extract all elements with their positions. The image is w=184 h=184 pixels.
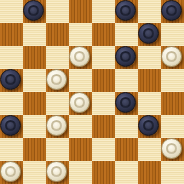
black-man-h8[interactable] xyxy=(161,0,182,21)
black-man-g7[interactable] xyxy=(138,23,159,44)
square-h6[interactable] xyxy=(161,46,184,69)
white-man-d6[interactable] xyxy=(69,46,90,67)
square-g7[interactable] xyxy=(138,23,161,46)
square-d4[interactable] xyxy=(69,92,92,115)
square-g6 xyxy=(138,46,161,69)
black-man-b8[interactable] xyxy=(23,0,44,21)
white-man-h6[interactable] xyxy=(161,46,182,67)
square-c5[interactable] xyxy=(46,69,69,92)
square-g1[interactable] xyxy=(138,161,161,184)
square-a7[interactable] xyxy=(0,23,23,46)
square-e6 xyxy=(92,46,115,69)
square-h3 xyxy=(161,115,184,138)
square-c7[interactable] xyxy=(46,23,69,46)
square-e4 xyxy=(92,92,115,115)
black-man-a5[interactable] xyxy=(0,69,21,90)
square-c6 xyxy=(46,46,69,69)
square-h7 xyxy=(161,23,184,46)
square-c4 xyxy=(46,92,69,115)
white-man-c1[interactable] xyxy=(46,161,67,182)
square-h5 xyxy=(161,69,184,92)
square-h8[interactable] xyxy=(161,0,184,23)
square-g4 xyxy=(138,92,161,115)
square-b4[interactable] xyxy=(23,92,46,115)
square-b2[interactable] xyxy=(23,138,46,161)
square-e5[interactable] xyxy=(92,69,115,92)
white-man-d4[interactable] xyxy=(69,92,90,113)
square-d5 xyxy=(69,69,92,92)
square-f6[interactable] xyxy=(115,46,138,69)
square-a4 xyxy=(0,92,23,115)
square-d2[interactable] xyxy=(69,138,92,161)
black-man-f6[interactable] xyxy=(115,46,136,67)
square-d3 xyxy=(69,115,92,138)
square-b6[interactable] xyxy=(23,46,46,69)
white-man-h2[interactable] xyxy=(161,138,182,159)
checkers-board xyxy=(0,0,184,184)
white-man-c5[interactable] xyxy=(46,69,67,90)
white-man-c3[interactable] xyxy=(46,115,67,136)
square-e7[interactable] xyxy=(92,23,115,46)
square-a5[interactable] xyxy=(0,69,23,92)
square-a2 xyxy=(0,138,23,161)
square-b3 xyxy=(23,115,46,138)
square-d6[interactable] xyxy=(69,46,92,69)
black-man-f4[interactable] xyxy=(115,92,136,113)
square-c1[interactable] xyxy=(46,161,69,184)
square-b1 xyxy=(23,161,46,184)
square-e8 xyxy=(92,0,115,23)
square-f1 xyxy=(115,161,138,184)
square-f8[interactable] xyxy=(115,0,138,23)
square-g2 xyxy=(138,138,161,161)
black-man-f8[interactable] xyxy=(115,0,136,21)
square-g5[interactable] xyxy=(138,69,161,92)
square-e2 xyxy=(92,138,115,161)
square-h1 xyxy=(161,161,184,184)
square-d7 xyxy=(69,23,92,46)
square-c8 xyxy=(46,0,69,23)
square-a6 xyxy=(0,46,23,69)
square-b5 xyxy=(23,69,46,92)
square-g3[interactable] xyxy=(138,115,161,138)
square-d8[interactable] xyxy=(69,0,92,23)
square-d1 xyxy=(69,161,92,184)
square-a1[interactable] xyxy=(0,161,23,184)
square-f4[interactable] xyxy=(115,92,138,115)
square-f2[interactable] xyxy=(115,138,138,161)
square-f5 xyxy=(115,69,138,92)
square-h2[interactable] xyxy=(161,138,184,161)
square-b7 xyxy=(23,23,46,46)
square-c3[interactable] xyxy=(46,115,69,138)
square-c2 xyxy=(46,138,69,161)
square-a8 xyxy=(0,0,23,23)
black-man-g3[interactable] xyxy=(138,115,159,136)
square-e1[interactable] xyxy=(92,161,115,184)
square-h4[interactable] xyxy=(161,92,184,115)
square-f7 xyxy=(115,23,138,46)
square-a3[interactable] xyxy=(0,115,23,138)
square-g8 xyxy=(138,0,161,23)
white-man-a1[interactable] xyxy=(0,161,21,182)
square-f3 xyxy=(115,115,138,138)
square-e3[interactable] xyxy=(92,115,115,138)
black-man-a3[interactable] xyxy=(0,115,21,136)
square-b8[interactable] xyxy=(23,0,46,23)
